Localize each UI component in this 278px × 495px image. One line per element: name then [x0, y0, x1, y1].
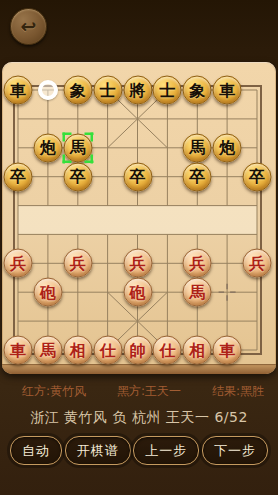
piece-black-advisor[interactable]: 士 [93, 76, 122, 105]
piece-red-soldier[interactable]: 兵 [183, 249, 212, 278]
piece-black-soldier[interactable]: 卒 [63, 162, 92, 191]
piece-red-advisor[interactable]: 仕 [93, 336, 122, 365]
auto-button[interactable]: 自动 [10, 436, 62, 465]
piece-red-soldier[interactable]: 兵 [243, 249, 272, 278]
piece-red-soldier[interactable]: 兵 [63, 249, 92, 278]
piece-black-general[interactable]: 將 [123, 76, 152, 105]
toolbar: 自动 开棋谱 上一步 下一步 [0, 436, 278, 465]
piece-black-soldier[interactable]: 卒 [183, 162, 212, 191]
piece-black-soldier[interactable]: 卒 [123, 162, 152, 191]
last-move-destination-highlight [62, 132, 93, 163]
piece-red-chariot[interactable]: 車 [213, 336, 242, 365]
match-info-row: 红方:黄竹风 黑方:王天一 结果:黑胜 [0, 383, 278, 400]
piece-red-soldier[interactable]: 兵 [4, 249, 33, 278]
piece-black-soldier[interactable]: 卒 [4, 162, 33, 191]
piece-red-cannon[interactable]: 砲 [33, 278, 62, 307]
game-summary: 浙江 黄竹风 负 杭州 王天一 6/52 [0, 409, 278, 427]
prev-step-button[interactable]: 上一步 [133, 436, 199, 465]
piece-red-horse[interactable]: 馬 [33, 336, 62, 365]
black-player-label: 黑方:王天一 [117, 383, 181, 400]
xiangqi-app-screen: ↩ [0, 0, 278, 495]
open-record-button[interactable]: 开棋谱 [65, 436, 131, 465]
piece-black-chariot[interactable]: 車 [213, 76, 242, 105]
result-label: 结果:黑胜 [212, 383, 264, 400]
piece-black-elephant[interactable]: 象 [63, 76, 92, 105]
board-grid [2, 62, 276, 364]
river-band [18, 206, 257, 234]
piece-black-soldier[interactable]: 卒 [243, 162, 272, 191]
piece-red-general[interactable]: 帥 [123, 336, 152, 365]
piece-black-horse[interactable]: 馬 [183, 133, 212, 162]
last-move-origin-marker [38, 80, 58, 100]
piece-red-soldier[interactable]: 兵 [123, 249, 152, 278]
piece-red-horse[interactable]: 馬 [183, 278, 212, 307]
red-player-label: 红方:黄竹风 [22, 383, 86, 400]
piece-black-chariot[interactable]: 車 [4, 76, 33, 105]
piece-black-cannon[interactable]: 炮 [33, 133, 62, 162]
piece-red-advisor[interactable]: 仕 [153, 336, 182, 365]
piece-red-cannon[interactable]: 砲 [123, 278, 152, 307]
next-step-button[interactable]: 下一步 [202, 436, 268, 465]
piece-red-chariot[interactable]: 車 [4, 336, 33, 365]
piece-black-elephant[interactable]: 象 [183, 76, 212, 105]
return-arrow-icon: ↩ [21, 17, 37, 36]
piece-black-advisor[interactable]: 士 [153, 76, 182, 105]
xiangqi-board[interactable] [2, 62, 276, 374]
piece-red-elephant[interactable]: 相 [183, 336, 212, 365]
piece-black-cannon[interactable]: 炮 [213, 133, 242, 162]
back-button[interactable]: ↩ [10, 8, 47, 45]
piece-red-elephant[interactable]: 相 [63, 336, 92, 365]
